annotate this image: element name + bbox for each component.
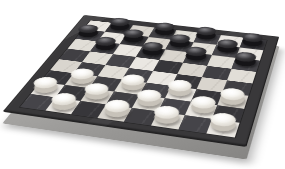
black-checker-piece[interactable] [108,17,132,27]
board-cell[interactable] [240,38,267,51]
black-checker-piece[interactable] [153,22,176,32]
white-checker-piece[interactable] [30,76,60,90]
black-checker-piece[interactable] [121,29,145,39]
white-checker-piece[interactable] [189,95,218,110]
black-checker-piece[interactable] [195,26,218,36]
black-checker-piece[interactable] [184,46,208,57]
board-cell[interactable] [206,119,239,137]
board-cell[interactable] [153,60,183,74]
product-photo [0,0,285,169]
black-checker-piece[interactable] [140,41,165,52]
checkers-board [3,15,279,147]
black-checker-piece[interactable] [168,33,192,44]
black-checker-piece[interactable] [76,24,101,34]
board-cell[interactable] [207,55,236,69]
black-checker-piece[interactable] [241,32,264,42]
white-checker-piece[interactable] [208,111,237,127]
white-checker-piece[interactable] [118,73,146,86]
